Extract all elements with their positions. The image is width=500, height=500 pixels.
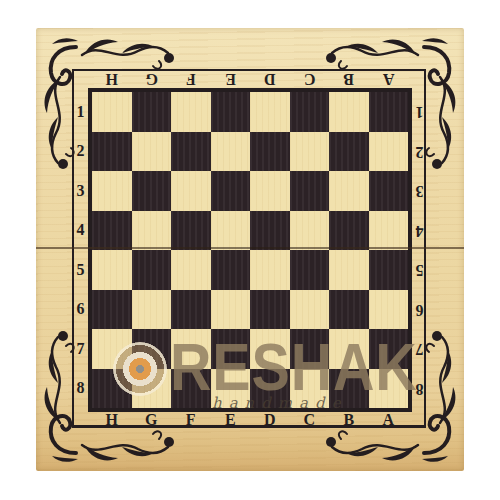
- file-label-f: F: [171, 411, 211, 429]
- rank-label-1: 1: [412, 92, 427, 132]
- square-e2: [211, 132, 251, 172]
- square-a3: [369, 171, 409, 211]
- square-f3: [171, 171, 211, 211]
- file-labels-bottom: HGFEDCBA: [92, 411, 408, 429]
- square-d4: [250, 211, 290, 251]
- brand-tagline: handmade: [212, 394, 348, 412]
- rank-labels-left: 12345678: [73, 92, 88, 408]
- square-h4: [92, 211, 132, 251]
- square-g5: [132, 250, 172, 290]
- rank-label-6: 6: [73, 290, 88, 330]
- square-c5: [290, 250, 330, 290]
- file-label-b: B: [329, 70, 369, 88]
- square-f5: [171, 250, 211, 290]
- rank-label-8: 8: [73, 369, 88, 409]
- rank-label-5: 5: [412, 250, 427, 290]
- square-c2: [290, 132, 330, 172]
- fold-seam: [36, 247, 464, 249]
- square-d5: [250, 250, 290, 290]
- square-g4: [132, 211, 172, 251]
- square-f1: [171, 92, 211, 132]
- square-g2: [132, 132, 172, 172]
- square-f2: [171, 132, 211, 172]
- square-e1: [211, 92, 251, 132]
- square-c1: [290, 92, 330, 132]
- file-label-c: C: [290, 411, 330, 429]
- square-e5: [211, 250, 251, 290]
- file-label-g: G: [132, 411, 172, 429]
- board-photo: HGFEDCBA 12345678 12345678 HGFEDCBA RESH…: [0, 0, 500, 500]
- square-e3: [211, 171, 251, 211]
- square-g3: [132, 171, 172, 211]
- file-label-c: C: [290, 70, 330, 88]
- rank-label-6: 6: [412, 290, 427, 330]
- square-d6: [250, 290, 290, 330]
- file-label-e: E: [211, 70, 251, 88]
- square-h3: [92, 171, 132, 211]
- rank-label-4: 4: [73, 211, 88, 251]
- file-label-g: G: [132, 70, 172, 88]
- file-label-f: F: [171, 70, 211, 88]
- rank-label-5: 5: [73, 250, 88, 290]
- brand-logo-icon: [113, 342, 167, 396]
- brand-watermark: RESHAK: [170, 334, 418, 400]
- square-d1: [250, 92, 290, 132]
- square-h2: [92, 132, 132, 172]
- file-label-a: A: [369, 411, 409, 429]
- rank-label-2: 2: [412, 132, 427, 172]
- rank-label-1: 1: [73, 92, 88, 132]
- square-a5: [369, 250, 409, 290]
- rank-label-3: 3: [412, 171, 427, 211]
- rank-label-4: 4: [412, 211, 427, 251]
- square-c4: [290, 211, 330, 251]
- square-b1: [329, 92, 369, 132]
- square-b4: [329, 211, 369, 251]
- square-b2: [329, 132, 369, 172]
- rank-label-7: 7: [73, 329, 88, 369]
- square-e4: [211, 211, 251, 251]
- square-f4: [171, 211, 211, 251]
- file-label-a: A: [369, 70, 409, 88]
- square-e6: [211, 290, 251, 330]
- file-labels-top: HGFEDCBA: [92, 70, 408, 88]
- square-c6: [290, 290, 330, 330]
- file-label-h: H: [92, 411, 132, 429]
- file-label-d: D: [250, 70, 290, 88]
- file-label-e: E: [211, 411, 251, 429]
- square-b5: [329, 250, 369, 290]
- square-c3: [290, 171, 330, 211]
- square-f6: [171, 290, 211, 330]
- file-label-h: H: [92, 70, 132, 88]
- square-b6: [329, 290, 369, 330]
- square-h6: [92, 290, 132, 330]
- square-h5: [92, 250, 132, 290]
- square-a6: [369, 290, 409, 330]
- square-a4: [369, 211, 409, 251]
- square-d3: [250, 171, 290, 211]
- rank-label-3: 3: [73, 171, 88, 211]
- square-g1: [132, 92, 172, 132]
- square-h1: [92, 92, 132, 132]
- square-b3: [329, 171, 369, 211]
- square-a2: [369, 132, 409, 172]
- rank-label-2: 2: [73, 132, 88, 172]
- square-a1: [369, 92, 409, 132]
- square-g6: [132, 290, 172, 330]
- square-d2: [250, 132, 290, 172]
- file-label-b: B: [329, 411, 369, 429]
- file-label-d: D: [250, 411, 290, 429]
